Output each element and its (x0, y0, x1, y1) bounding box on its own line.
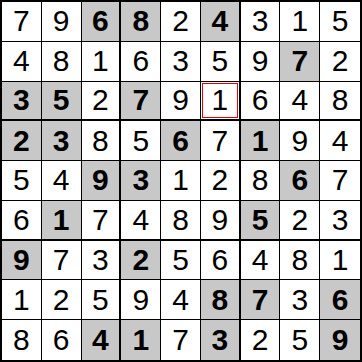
sudoku-cell[interactable]: 7 (201, 121, 241, 161)
sudoku-cell[interactable]: 2 (42, 280, 82, 320)
sudoku-cell[interactable]: 6 (280, 161, 320, 201)
sudoku-cell[interactable]: 5 (2, 161, 42, 201)
sudoku-cell[interactable]: 3 (280, 280, 320, 320)
sudoku-cell[interactable]: 2 (320, 42, 360, 82)
sudoku-cell[interactable]: 9 (201, 201, 241, 241)
sudoku-cell[interactable]: 6 (320, 280, 360, 320)
sudoku-cell[interactable]: 5 (42, 82, 82, 122)
sudoku-cell[interactable]: 5 (201, 42, 241, 82)
sudoku-cell[interactable]: 4 (82, 320, 122, 360)
sudoku-cell[interactable]: 1 (241, 121, 281, 161)
sudoku-cell[interactable]: 3 (2, 82, 42, 122)
sudoku-cell[interactable]: 1 (280, 2, 320, 42)
sudoku-cell[interactable]: 1 (121, 320, 161, 360)
sudoku-cell[interactable]: 8 (241, 161, 281, 201)
sudoku-cell[interactable]: 9 (42, 2, 82, 42)
sudoku-cell[interactable]: 7 (241, 280, 281, 320)
sudoku-cell[interactable]: 2 (82, 82, 122, 122)
sudoku-cell[interactable]: 8 (280, 241, 320, 281)
sudoku-cell[interactable]: 8 (161, 201, 201, 241)
sudoku-cell[interactable]: 4 (320, 121, 360, 161)
sudoku-cell[interactable]: 9 (121, 280, 161, 320)
sudoku-cell[interactable]: 4 (201, 2, 241, 42)
sudoku-cell[interactable]: 5 (161, 241, 201, 281)
sudoku-cell[interactable]: 2 (201, 161, 241, 201)
sudoku-cell[interactable]: 4 (280, 82, 320, 122)
sudoku-cell[interactable]: 1 (42, 201, 82, 241)
sudoku-cell[interactable]: 6 (201, 241, 241, 281)
sudoku-cell[interactable]: 2 (241, 320, 281, 360)
sudoku-cell[interactable]: 9 (2, 241, 42, 281)
sudoku-cell[interactable]: 1 (161, 161, 201, 201)
sudoku-cell[interactable]: 7 (280, 42, 320, 82)
sudoku-cell[interactable]: 8 (42, 42, 82, 82)
sudoku-cell[interactable]: 1 (320, 241, 360, 281)
sudoku-cell[interactable]: 9 (241, 42, 281, 82)
sudoku-cell[interactable]: 7 (320, 161, 360, 201)
sudoku-cell[interactable]: 7 (121, 82, 161, 122)
sudoku-cell[interactable]: 5 (241, 201, 281, 241)
sudoku-cell[interactable]: 2 (2, 121, 42, 161)
sudoku-cell[interactable]: 3 (42, 121, 82, 161)
sudoku-cell[interactable]: 9 (161, 82, 201, 122)
sudoku-cell[interactable]: 3 (201, 320, 241, 360)
sudoku-cell[interactable]: 8 (82, 121, 122, 161)
sudoku-cell[interactable]: 6 (161, 121, 201, 161)
sudoku-cell[interactable]: 5 (121, 121, 161, 161)
sudoku-cell[interactable]: 4 (161, 280, 201, 320)
sudoku-cell[interactable]: 8 (201, 280, 241, 320)
sudoku-cell[interactable]: 3 (82, 241, 122, 281)
sudoku-cell[interactable]: 6 (82, 2, 122, 42)
sudoku-cell[interactable]: 3 (320, 201, 360, 241)
sudoku-cell[interactable]: 6 (2, 201, 42, 241)
sudoku-cell[interactable]: 8 (320, 82, 360, 122)
sudoku-cell[interactable]: 6 (121, 42, 161, 82)
sudoku-cell[interactable]: 9 (82, 161, 122, 201)
sudoku-cell[interactable]: 4 (121, 201, 161, 241)
sudoku-cell[interactable]: 5 (82, 280, 122, 320)
sudoku-cell[interactable]: 4 (2, 42, 42, 82)
sudoku-cell[interactable]: 3 (161, 42, 201, 82)
sudoku-cell[interactable]: 9 (280, 121, 320, 161)
sudoku-cell[interactable]: 7 (42, 241, 82, 281)
sudoku-cell[interactable]: 3 (121, 161, 161, 201)
sudoku-cell[interactable]: 7 (2, 2, 42, 42)
sudoku-cell[interactable]: 1 (82, 42, 122, 82)
sudoku-cell[interactable]: 1 (2, 280, 42, 320)
sudoku-cell[interactable]: 1 (201, 82, 241, 122)
sudoku-cell[interactable]: 4 (241, 241, 281, 281)
sudoku-cell[interactable]: 5 (320, 2, 360, 42)
sudoku-cell[interactable]: 5 (280, 320, 320, 360)
sudoku-cell[interactable]: 2 (280, 201, 320, 241)
sudoku-cell[interactable]: 9 (320, 320, 360, 360)
sudoku-cell[interactable]: 8 (2, 320, 42, 360)
sudoku-cell[interactable]: 6 (241, 82, 281, 122)
sudoku-board: 7968243154816359723527916482385671945493… (0, 0, 362, 362)
sudoku-cell[interactable]: 4 (42, 161, 82, 201)
sudoku-cell[interactable]: 6 (42, 320, 82, 360)
sudoku-cell[interactable]: 2 (121, 241, 161, 281)
sudoku-cell[interactable]: 7 (82, 201, 122, 241)
sudoku-cell[interactable]: 3 (241, 2, 281, 42)
sudoku-cell[interactable]: 7 (161, 320, 201, 360)
sudoku-cell[interactable]: 8 (121, 2, 161, 42)
sudoku-cell[interactable]: 2 (161, 2, 201, 42)
